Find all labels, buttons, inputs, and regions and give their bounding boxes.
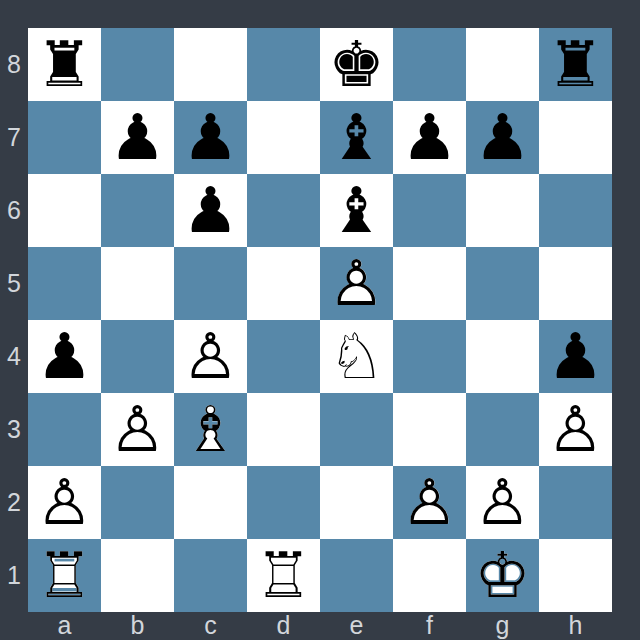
rank-label-4: 4 <box>0 320 28 393</box>
square-e6[interactable]: ♝ <box>320 174 393 247</box>
square-h7[interactable] <box>539 101 612 174</box>
square-a1[interactable]: ♜♖ <box>28 539 101 612</box>
white-pawn-outline-icon: ♙ <box>466 466 539 539</box>
white-pawn-outline-icon: ♙ <box>28 466 101 539</box>
piece-black-pawn[interactable]: ♟ <box>539 320 612 393</box>
square-c4[interactable]: ♟♙ <box>174 320 247 393</box>
rank-label-2: 2 <box>0 466 28 539</box>
file-label-h: h <box>539 612 612 640</box>
square-g2[interactable]: ♟♙ <box>466 466 539 539</box>
file-label-b: b <box>101 612 174 640</box>
white-pawn-outline-icon: ♙ <box>393 466 466 539</box>
square-f8[interactable] <box>393 28 466 101</box>
square-h3[interactable]: ♟♙ <box>539 393 612 466</box>
piece-white-knight[interactable]: ♞♘ <box>320 320 393 393</box>
piece-white-pawn[interactable]: ♟♙ <box>393 466 466 539</box>
square-a6[interactable] <box>28 174 101 247</box>
piece-black-pawn[interactable]: ♟ <box>174 101 247 174</box>
piece-white-pawn[interactable]: ♟♙ <box>539 393 612 466</box>
piece-black-bishop[interactable]: ♝ <box>320 101 393 174</box>
file-label-c: c <box>174 612 247 640</box>
square-a2[interactable]: ♟♙ <box>28 466 101 539</box>
chess-board: ♜♚♜♟♟♝♟♟♟♝♟♙♟♟♙♞♘♟♟♙♝♗♟♙♟♙♟♙♟♙♜♖♜♖♚♔ <box>28 28 612 612</box>
file-label-f: f <box>393 612 466 640</box>
chess-diagram: 87654321 ♜♚♜♟♟♝♟♟♟♝♟♙♟♟♙♞♘♟♟♙♝♗♟♙♟♙♟♙♟♙♜… <box>0 0 640 640</box>
square-c2[interactable] <box>174 466 247 539</box>
square-b5[interactable] <box>101 247 174 320</box>
square-g4[interactable] <box>466 320 539 393</box>
square-d3[interactable] <box>247 393 320 466</box>
square-b8[interactable] <box>101 28 174 101</box>
square-h2[interactable] <box>539 466 612 539</box>
white-king-outline-icon: ♔ <box>466 539 539 612</box>
black-bishop-icon: ♝ <box>320 101 393 174</box>
rank-label-8: 8 <box>0 28 28 101</box>
square-e7[interactable]: ♝ <box>320 101 393 174</box>
white-bishop-outline-icon: ♗ <box>174 393 247 466</box>
square-e5[interactable]: ♟♙ <box>320 247 393 320</box>
piece-black-pawn[interactable]: ♟ <box>28 320 101 393</box>
square-d2[interactable] <box>247 466 320 539</box>
rank-labels: 87654321 <box>0 28 28 612</box>
square-f5[interactable] <box>393 247 466 320</box>
square-h6[interactable] <box>539 174 612 247</box>
square-f7[interactable]: ♟ <box>393 101 466 174</box>
square-f3[interactable] <box>393 393 466 466</box>
square-g5[interactable] <box>466 247 539 320</box>
white-pawn-outline-icon: ♙ <box>174 320 247 393</box>
piece-white-rook[interactable]: ♜♖ <box>247 539 320 612</box>
square-c3[interactable]: ♝♗ <box>174 393 247 466</box>
black-pawn-icon: ♟ <box>174 174 247 247</box>
square-a4[interactable]: ♟ <box>28 320 101 393</box>
piece-white-king[interactable]: ♚♔ <box>466 539 539 612</box>
square-a7[interactable] <box>28 101 101 174</box>
black-pawn-icon: ♟ <box>466 101 539 174</box>
piece-black-pawn[interactable]: ♟ <box>466 101 539 174</box>
square-e8[interactable]: ♚ <box>320 28 393 101</box>
square-d8[interactable] <box>247 28 320 101</box>
file-label-e: e <box>320 612 393 640</box>
square-h1[interactable] <box>539 539 612 612</box>
rank-label-5: 5 <box>0 247 28 320</box>
white-pawn-outline-icon: ♙ <box>320 247 393 320</box>
square-b2[interactable] <box>101 466 174 539</box>
file-label-a: a <box>28 612 101 640</box>
square-d5[interactable] <box>247 247 320 320</box>
piece-black-rook[interactable]: ♜ <box>539 28 612 101</box>
square-e2[interactable] <box>320 466 393 539</box>
piece-white-pawn[interactable]: ♟♙ <box>174 320 247 393</box>
white-rook-outline-icon: ♖ <box>247 539 320 612</box>
square-f6[interactable] <box>393 174 466 247</box>
square-b3[interactable]: ♟♙ <box>101 393 174 466</box>
square-d6[interactable] <box>247 174 320 247</box>
white-rook-outline-icon: ♖ <box>28 539 101 612</box>
piece-black-rook[interactable]: ♜ <box>28 28 101 101</box>
black-pawn-icon: ♟ <box>539 320 612 393</box>
square-a3[interactable] <box>28 393 101 466</box>
rank-label-6: 6 <box>0 174 28 247</box>
square-h5[interactable] <box>539 247 612 320</box>
piece-black-bishop[interactable]: ♝ <box>320 174 393 247</box>
square-g8[interactable] <box>466 28 539 101</box>
black-rook-icon: ♜ <box>539 28 612 101</box>
white-pawn-outline-icon: ♙ <box>539 393 612 466</box>
square-f2[interactable]: ♟♙ <box>393 466 466 539</box>
piece-black-pawn[interactable]: ♟ <box>174 174 247 247</box>
square-b6[interactable] <box>101 174 174 247</box>
piece-white-bishop[interactable]: ♝♗ <box>174 393 247 466</box>
black-bishop-icon: ♝ <box>320 174 393 247</box>
piece-white-pawn[interactable]: ♟♙ <box>320 247 393 320</box>
file-labels: abcdefgh <box>28 612 612 640</box>
square-b7[interactable]: ♟ <box>101 101 174 174</box>
piece-white-pawn[interactable]: ♟♙ <box>28 466 101 539</box>
square-c8[interactable] <box>174 28 247 101</box>
piece-white-rook[interactable]: ♜♖ <box>28 539 101 612</box>
square-b1[interactable] <box>101 539 174 612</box>
white-knight-outline-icon: ♘ <box>320 320 393 393</box>
square-h4[interactable]: ♟ <box>539 320 612 393</box>
square-h8[interactable]: ♜ <box>539 28 612 101</box>
square-c6[interactable]: ♟ <box>174 174 247 247</box>
piece-black-pawn[interactable]: ♟ <box>101 101 174 174</box>
square-e3[interactable] <box>320 393 393 466</box>
square-g3[interactable] <box>466 393 539 466</box>
rank-label-3: 3 <box>0 393 28 466</box>
black-rook-icon: ♜ <box>28 28 101 101</box>
piece-white-pawn[interactable]: ♟♙ <box>101 393 174 466</box>
black-pawn-icon: ♟ <box>174 101 247 174</box>
rank-label-7: 7 <box>0 101 28 174</box>
piece-black-pawn[interactable]: ♟ <box>393 101 466 174</box>
square-a8[interactable]: ♜ <box>28 28 101 101</box>
square-g7[interactable]: ♟ <box>466 101 539 174</box>
square-f4[interactable] <box>393 320 466 393</box>
black-king-icon: ♚ <box>320 28 393 101</box>
white-pawn-outline-icon: ♙ <box>101 393 174 466</box>
square-d1[interactable]: ♜♖ <box>247 539 320 612</box>
square-g6[interactable] <box>466 174 539 247</box>
square-b4[interactable] <box>101 320 174 393</box>
black-pawn-icon: ♟ <box>101 101 174 174</box>
square-c1[interactable] <box>174 539 247 612</box>
file-label-g: g <box>466 612 539 640</box>
black-pawn-icon: ♟ <box>28 320 101 393</box>
square-d7[interactable] <box>247 101 320 174</box>
piece-black-king[interactable]: ♚ <box>320 28 393 101</box>
piece-white-pawn[interactable]: ♟♙ <box>466 466 539 539</box>
rank-label-1: 1 <box>0 539 28 612</box>
square-a5[interactable] <box>28 247 101 320</box>
square-e1[interactable] <box>320 539 393 612</box>
file-label-d: d <box>247 612 320 640</box>
square-e4[interactable]: ♞♘ <box>320 320 393 393</box>
square-c5[interactable] <box>174 247 247 320</box>
black-pawn-icon: ♟ <box>393 101 466 174</box>
square-d4[interactable] <box>247 320 320 393</box>
square-c7[interactable]: ♟ <box>174 101 247 174</box>
square-f1[interactable] <box>393 539 466 612</box>
square-g1[interactable]: ♚♔ <box>466 539 539 612</box>
